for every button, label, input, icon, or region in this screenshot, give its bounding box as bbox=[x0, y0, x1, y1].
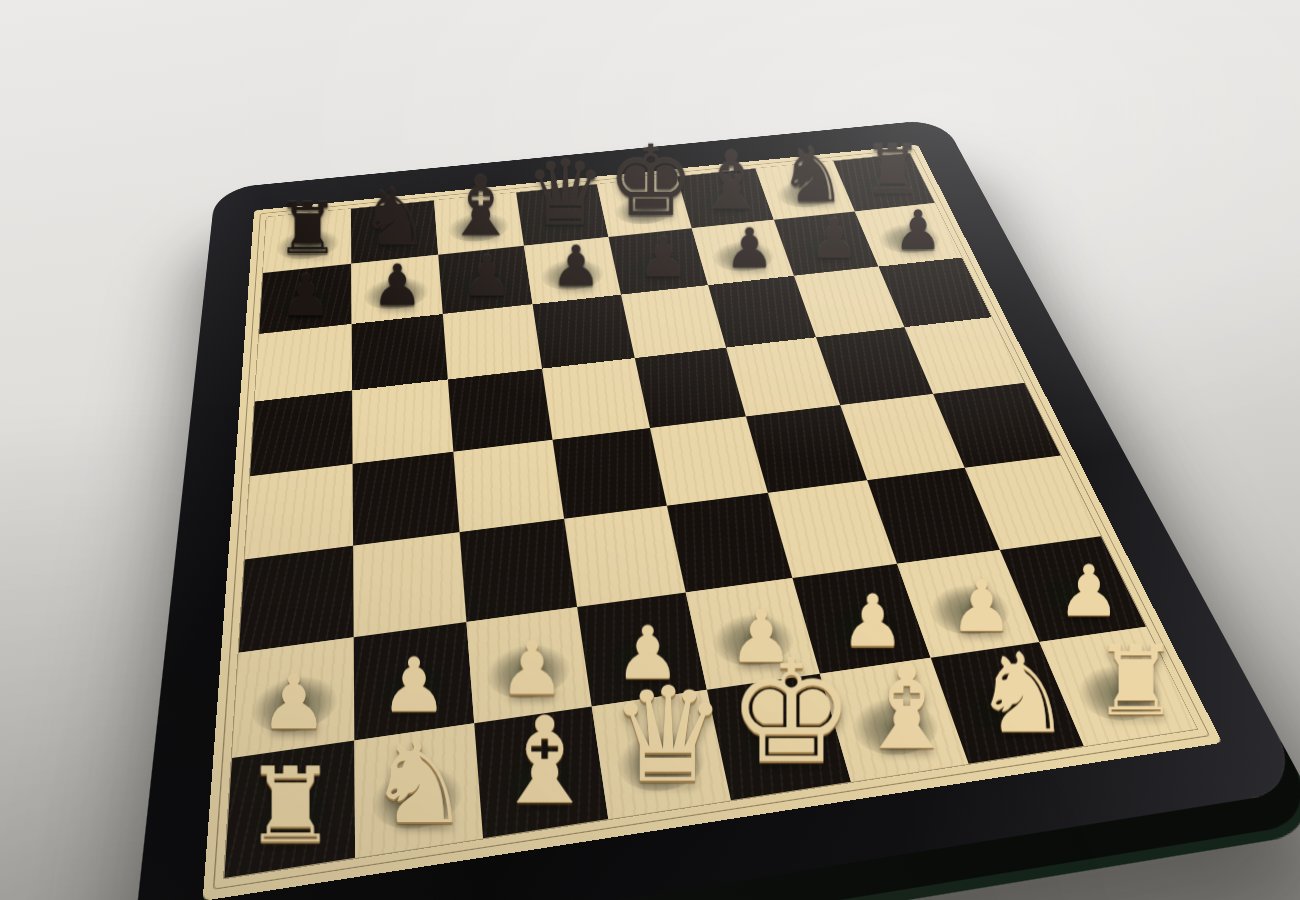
piece-white-pawn-b2[interactable]: ♟ bbox=[355, 650, 473, 721]
piece-white-rook-a1[interactable]: ♜ bbox=[227, 757, 355, 856]
square-a7[interactable]: ♟ bbox=[259, 263, 352, 333]
square-e7[interactable]: ♟ bbox=[608, 228, 708, 294]
piece-black-pawn-b7[interactable]: ♟ bbox=[352, 259, 442, 313]
square-c3[interactable] bbox=[460, 518, 578, 621]
square-b5[interactable] bbox=[352, 379, 453, 463]
piece-black-pawn-c7[interactable]: ♟ bbox=[443, 249, 532, 303]
piece-white-bishop-f1[interactable]: ♝ bbox=[846, 651, 967, 761]
piece-black-pawn-f7[interactable]: ♟ bbox=[706, 222, 793, 275]
piece-black-pawn-g7[interactable]: ♟ bbox=[791, 213, 878, 265]
piece-black-bishop-f8[interactable]: ♝ bbox=[690, 143, 774, 219]
piece-white-rook-h1[interactable]: ♜ bbox=[1077, 635, 1196, 727]
square-a5[interactable] bbox=[250, 390, 353, 476]
square-h3[interactable] bbox=[965, 455, 1101, 549]
piece-white-pawn-h2[interactable]: ♟ bbox=[1033, 558, 1145, 625]
square-d3[interactable] bbox=[564, 505, 686, 606]
square-f5[interactable] bbox=[726, 337, 840, 416]
square-e4[interactable] bbox=[650, 416, 768, 505]
square-d6[interactable] bbox=[533, 294, 635, 368]
square-d5[interactable] bbox=[542, 358, 650, 440]
square-c5[interactable] bbox=[448, 368, 553, 451]
chessboard-frame: ♜♞♝♛♚♝♞♜♟♟♟♟♟♟♟♟♟♟♟♟♟♟♟♟♜♞♝♛♚♝♞♜ bbox=[129, 118, 1300, 900]
square-d1[interactable]: ♛ bbox=[592, 689, 731, 818]
square-a3[interactable] bbox=[239, 545, 354, 652]
piece-black-pawn-h7[interactable]: ♟ bbox=[875, 205, 961, 257]
piece-black-king-e8[interactable]: ♚ bbox=[607, 134, 691, 227]
piece-white-knight-g1[interactable]: ♞ bbox=[963, 640, 1083, 745]
square-b7[interactable]: ♟ bbox=[351, 254, 443, 323]
square-h6[interactable] bbox=[879, 257, 992, 327]
piece-black-pawn-a7[interactable]: ♟ bbox=[260, 268, 351, 323]
square-e5[interactable] bbox=[635, 347, 746, 427]
square-b1[interactable]: ♞ bbox=[354, 723, 483, 858]
piece-black-bishop-c8[interactable]: ♝ bbox=[438, 167, 523, 245]
board-grid: ♜♞♝♛♚♝♞♜♟♟♟♟♟♟♟♟♟♟♟♟♟♟♟♟♜♞♝♛♚♝♞♜ bbox=[224, 153, 1196, 877]
square-a2[interactable]: ♟ bbox=[232, 637, 354, 758]
square-b4[interactable] bbox=[353, 451, 460, 545]
piece-black-rook-h8[interactable]: ♜ bbox=[852, 138, 934, 202]
piece-black-queen-d8[interactable]: ♛ bbox=[523, 151, 608, 236]
square-a6[interactable] bbox=[255, 324, 352, 401]
piece-white-queen-d1[interactable]: ♛ bbox=[606, 674, 730, 799]
piece-black-knight-g8[interactable]: ♞ bbox=[771, 138, 854, 210]
square-c4[interactable] bbox=[453, 439, 564, 531]
square-a1[interactable]: ♜ bbox=[224, 740, 355, 877]
square-g3[interactable] bbox=[867, 467, 1000, 563]
square-c6[interactable] bbox=[443, 304, 542, 379]
square-e6[interactable] bbox=[621, 285, 726, 358]
square-f4[interactable] bbox=[746, 405, 867, 493]
square-d7[interactable]: ♟ bbox=[524, 237, 621, 304]
piece-white-bishop-c1[interactable]: ♝ bbox=[482, 703, 607, 817]
square-e3[interactable] bbox=[667, 492, 792, 592]
board-inner-margin: ♜♞♝♛♚♝♞♜♟♟♟♟♟♟♟♟♟♟♟♟♟♟♟♟♜♞♝♛♚♝♞♜ bbox=[203, 144, 1223, 900]
piece-white-king-e1[interactable]: ♚ bbox=[727, 645, 849, 780]
piece-black-pawn-e7[interactable]: ♟ bbox=[619, 231, 707, 284]
piece-white-knight-b1[interactable]: ♞ bbox=[356, 726, 482, 836]
piece-black-knight-b8[interactable]: ♞ bbox=[352, 179, 438, 254]
square-c1[interactable]: ♝ bbox=[474, 706, 608, 838]
square-c7[interactable]: ♟ bbox=[438, 245, 532, 313]
square-h4[interactable] bbox=[933, 382, 1061, 467]
photo-backdrop: ♜♞♝♛♚♝♞♜♟♟♟♟♟♟♟♟♟♟♟♟♟♟♟♟♜♞♝♛♚♝♞♜ bbox=[0, 0, 1300, 900]
square-d4[interactable] bbox=[553, 428, 667, 519]
piece-white-pawn-a2[interactable]: ♟ bbox=[234, 667, 354, 739]
square-a4[interactable] bbox=[245, 463, 353, 559]
scene: ♜♞♝♛♚♝♞♜♟♟♟♟♟♟♟♟♟♟♟♟♟♟♟♟♜♞♝♛♚♝♞♜ bbox=[0, 0, 1300, 900]
square-b3[interactable] bbox=[353, 532, 466, 637]
piece-black-pawn-d7[interactable]: ♟ bbox=[532, 240, 621, 293]
square-b6[interactable] bbox=[352, 314, 448, 390]
piece-black-rook-a8[interactable]: ♜ bbox=[264, 196, 351, 263]
